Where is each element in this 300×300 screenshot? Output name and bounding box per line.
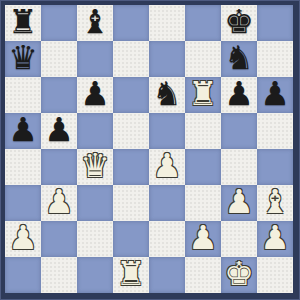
square-c3[interactable] xyxy=(77,185,113,221)
piece-white-pawn[interactable]: ♟ xyxy=(8,221,38,256)
piece-black-pawn[interactable]: ♟ xyxy=(80,77,110,112)
piece-black-bishop[interactable]: ♝ xyxy=(80,5,110,40)
square-g4[interactable] xyxy=(221,149,257,185)
square-d6[interactable] xyxy=(113,77,149,113)
square-a6[interactable] xyxy=(5,77,41,113)
piece-black-pawn[interactable]: ♟ xyxy=(224,77,254,112)
square-h3[interactable]: ♝ xyxy=(257,185,293,221)
square-f2[interactable]: ♟ xyxy=(185,221,221,257)
square-c7[interactable] xyxy=(77,41,113,77)
square-b4[interactable] xyxy=(41,149,77,185)
square-f3[interactable] xyxy=(185,185,221,221)
piece-white-pawn[interactable]: ♟ xyxy=(152,149,182,184)
square-f8[interactable] xyxy=(185,5,221,41)
square-h2[interactable]: ♟ xyxy=(257,221,293,257)
square-c2[interactable] xyxy=(77,221,113,257)
square-d2[interactable] xyxy=(113,221,149,257)
square-h1[interactable] xyxy=(257,257,293,293)
square-e8[interactable] xyxy=(149,5,185,41)
piece-white-pawn[interactable]: ♟ xyxy=(44,185,74,220)
square-e3[interactable] xyxy=(149,185,185,221)
square-d5[interactable] xyxy=(113,113,149,149)
square-f6[interactable]: ♜ xyxy=(185,77,221,113)
square-a7[interactable]: ♛ xyxy=(5,41,41,77)
piece-white-queen[interactable]: ♛ xyxy=(80,149,110,184)
piece-black-knight[interactable]: ♞ xyxy=(224,41,254,76)
piece-white-pawn[interactable]: ♟ xyxy=(260,221,290,256)
square-g5[interactable] xyxy=(221,113,257,149)
piece-white-pawn[interactable]: ♟ xyxy=(188,221,218,256)
piece-black-king[interactable]: ♚ xyxy=(224,5,254,40)
square-g8[interactable]: ♚ xyxy=(221,5,257,41)
square-a1[interactable] xyxy=(5,257,41,293)
square-a4[interactable] xyxy=(5,149,41,185)
square-f4[interactable] xyxy=(185,149,221,185)
square-g3[interactable]: ♟ xyxy=(221,185,257,221)
square-c5[interactable] xyxy=(77,113,113,149)
square-c4[interactable]: ♛ xyxy=(77,149,113,185)
square-e7[interactable] xyxy=(149,41,185,77)
square-f1[interactable] xyxy=(185,257,221,293)
square-f7[interactable] xyxy=(185,41,221,77)
square-d8[interactable] xyxy=(113,5,149,41)
square-e2[interactable] xyxy=(149,221,185,257)
square-c6[interactable]: ♟ xyxy=(77,77,113,113)
piece-black-rook[interactable]: ♜ xyxy=(8,5,38,40)
square-d3[interactable] xyxy=(113,185,149,221)
square-b8[interactable] xyxy=(41,5,77,41)
square-b3[interactable]: ♟ xyxy=(41,185,77,221)
piece-black-knight[interactable]: ♞ xyxy=(152,77,182,112)
square-a2[interactable]: ♟ xyxy=(5,221,41,257)
square-b5[interactable]: ♟ xyxy=(41,113,77,149)
square-a8[interactable]: ♜ xyxy=(5,5,41,41)
square-e5[interactable] xyxy=(149,113,185,149)
piece-black-queen[interactable]: ♛ xyxy=(8,41,38,76)
square-b7[interactable] xyxy=(41,41,77,77)
square-b6[interactable] xyxy=(41,77,77,113)
chess-board-frame: ♜♝♚♛♞♟♞♜♟♟♟♟♛♟♟♟♝♟♟♟♜♚ xyxy=(0,0,300,300)
square-g6[interactable]: ♟ xyxy=(221,77,257,113)
piece-white-bishop[interactable]: ♝ xyxy=(260,185,290,220)
square-g2[interactable] xyxy=(221,221,257,257)
square-a5[interactable]: ♟ xyxy=(5,113,41,149)
piece-white-king[interactable]: ♚ xyxy=(224,257,254,292)
square-g1[interactable]: ♚ xyxy=(221,257,257,293)
square-b1[interactable] xyxy=(41,257,77,293)
square-c1[interactable] xyxy=(77,257,113,293)
square-f5[interactable] xyxy=(185,113,221,149)
square-h6[interactable]: ♟ xyxy=(257,77,293,113)
square-h8[interactable] xyxy=(257,5,293,41)
square-e6[interactable]: ♞ xyxy=(149,77,185,113)
piece-white-pawn[interactable]: ♟ xyxy=(224,185,254,220)
piece-black-pawn[interactable]: ♟ xyxy=(8,113,38,148)
piece-white-rook[interactable]: ♜ xyxy=(116,257,146,292)
piece-black-pawn[interactable]: ♟ xyxy=(260,77,290,112)
square-e1[interactable] xyxy=(149,257,185,293)
square-c8[interactable]: ♝ xyxy=(77,5,113,41)
square-d1[interactable]: ♜ xyxy=(113,257,149,293)
piece-white-rook[interactable]: ♜ xyxy=(188,77,218,112)
piece-black-pawn[interactable]: ♟ xyxy=(44,113,74,148)
square-g7[interactable]: ♞ xyxy=(221,41,257,77)
square-h4[interactable] xyxy=(257,149,293,185)
square-a3[interactable] xyxy=(5,185,41,221)
square-d7[interactable] xyxy=(113,41,149,77)
square-d4[interactable] xyxy=(113,149,149,185)
chess-board: ♜♝♚♛♞♟♞♜♟♟♟♟♛♟♟♟♝♟♟♟♜♚ xyxy=(5,5,293,293)
square-e4[interactable]: ♟ xyxy=(149,149,185,185)
square-h7[interactable] xyxy=(257,41,293,77)
square-b2[interactable] xyxy=(41,221,77,257)
square-h5[interactable] xyxy=(257,113,293,149)
